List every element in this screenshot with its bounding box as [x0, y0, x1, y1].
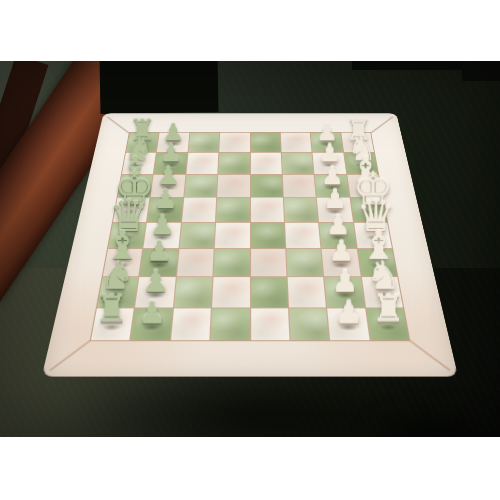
square-h3[interactable] [281, 133, 312, 153]
piece-cell-d4 [250, 222, 286, 249]
square-f6[interactable] [184, 175, 217, 197]
square-g3[interactable] [282, 153, 314, 174]
square-e3[interactable] [284, 198, 318, 222]
square-h1[interactable] [341, 133, 374, 153]
piece-black-rook-a8[interactable]: ♜ [92, 290, 131, 328]
square-g1[interactable] [344, 153, 378, 174]
square-f7[interactable] [151, 175, 185, 197]
board-scene: ♜♟♟♜♞♟♟♞♝♟♟♝♚♟♟♚♛♟♟♛♝♟♟♝♞♟♟♞♜♟♟♜ [0, 61, 500, 437]
piece-cell-c5 [213, 249, 250, 278]
square-e6[interactable] [182, 198, 216, 222]
piece-white-pawn-b2[interactable]: ♟ [326, 266, 364, 296]
piece-cell-c4 [250, 249, 287, 278]
piece-black-pawn-c7[interactable]: ♟ [140, 237, 177, 266]
piece-cell-a8: ♜ [90, 308, 135, 341]
square-h5[interactable] [219, 133, 249, 153]
square-h2[interactable] [311, 133, 343, 153]
piece-cell-d3 [285, 222, 322, 249]
square-h7[interactable] [157, 133, 189, 153]
square-h4[interactable] [250, 133, 280, 153]
piece-cell-a2: ♟ [327, 308, 370, 341]
piece-cell-c6 [176, 249, 214, 278]
square-e5[interactable] [216, 198, 249, 222]
piece-cell-a7: ♟ [130, 308, 173, 341]
piece-white-pawn-c2[interactable]: ♟ [323, 237, 360, 266]
square-f3[interactable] [283, 175, 316, 197]
screenshot-page: ♜♟♟♜♞♟♟♞♝♟♟♝♚♟♟♚♛♟♟♛♝♟♟♝♞♟♟♞♜♟♟♜ [0, 0, 500, 500]
square-f5[interactable] [217, 175, 249, 197]
piece-cell-d5 [214, 222, 250, 249]
piece-white-pawn-a2[interactable]: ♟ [329, 297, 368, 328]
square-h6[interactable] [188, 133, 219, 153]
square-g6[interactable] [186, 153, 218, 174]
square-g4[interactable] [250, 153, 281, 174]
piece-cell-d6 [178, 222, 215, 249]
square-g7[interactable] [154, 153, 187, 174]
photo-scene: ♜♟♟♜♞♟♟♞♝♟♟♝♚♟♟♚♛♟♟♛♝♟♟♝♞♟♟♞♜♟♟♜ [0, 61, 500, 437]
square-g5[interactable] [218, 153, 249, 174]
square-f2[interactable] [315, 175, 349, 197]
square-h8[interactable] [126, 133, 159, 153]
square-g2[interactable] [313, 153, 346, 174]
piece-cell-c3 [286, 249, 324, 278]
piece-black-pawn-a7[interactable]: ♟ [132, 297, 171, 328]
piece-black-pawn-b7[interactable]: ♟ [136, 266, 174, 296]
piece-cell-a1: ♜ [366, 308, 411, 341]
square-f4[interactable] [250, 175, 282, 197]
piece-white-rook-a1[interactable]: ♜ [368, 290, 407, 328]
square-e4[interactable] [250, 198, 283, 222]
square-g8[interactable] [122, 153, 156, 174]
chess-board: ♜♟♟♜♞♟♟♞♝♟♟♝♚♟♟♚♛♟♟♛♝♟♟♝♞♟♟♞♜♟♟♜ [42, 113, 459, 377]
